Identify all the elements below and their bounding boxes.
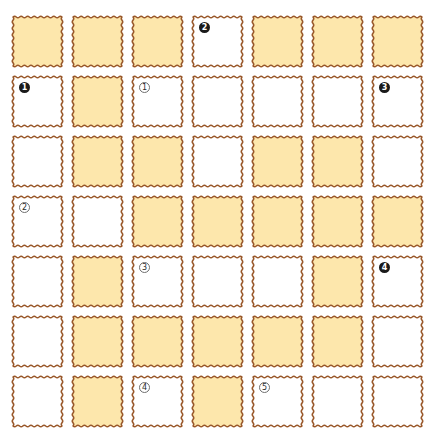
tile-r3c4-white[interactable] bbox=[190, 134, 245, 189]
wavy-tile-shape bbox=[130, 374, 185, 429]
wavy-tile-shape bbox=[70, 314, 125, 369]
wavy-tile-shape bbox=[70, 254, 125, 309]
wavy-tile-shape bbox=[310, 374, 365, 429]
circled-number-filled-2: 2 bbox=[199, 22, 210, 33]
wavy-tile-shape bbox=[70, 74, 125, 129]
tile-r1c2-shaded[interactable] bbox=[70, 14, 125, 69]
wavy-tile-shape bbox=[190, 74, 245, 129]
tile-r2c5-white[interactable] bbox=[250, 74, 305, 129]
tile-r2c4-white[interactable] bbox=[190, 74, 245, 129]
wavy-tile-shape bbox=[10, 374, 65, 429]
wavy-tile-shape bbox=[250, 134, 305, 189]
tile-r3c2-shaded[interactable] bbox=[70, 134, 125, 189]
tile-r6c1-white[interactable] bbox=[10, 314, 65, 369]
tile-r6c4-shaded[interactable] bbox=[190, 314, 245, 369]
tile-r5c5-white[interactable] bbox=[250, 254, 305, 309]
wavy-tile-shape bbox=[130, 314, 185, 369]
tile-r1c3-shaded[interactable] bbox=[130, 14, 185, 69]
wavy-tile-shape bbox=[190, 254, 245, 309]
wavy-tile-shape bbox=[310, 74, 365, 129]
tile-r1c1-shaded[interactable] bbox=[10, 14, 65, 69]
wavy-tile-shape bbox=[10, 194, 65, 249]
circled-number-filled-3: 3 bbox=[379, 82, 390, 93]
circled-number-outline-4: 4 bbox=[139, 382, 150, 393]
tile-r7c4-shaded[interactable] bbox=[190, 374, 245, 429]
tile-r3c3-shaded[interactable] bbox=[130, 134, 185, 189]
tile-r6c6-shaded[interactable] bbox=[310, 314, 365, 369]
wavy-tile-shape bbox=[10, 254, 65, 309]
tile-r5c7-white[interactable]: 4 bbox=[370, 254, 425, 309]
tile-r1c7-shaded[interactable] bbox=[370, 14, 425, 69]
wavy-tile-shape bbox=[190, 374, 245, 429]
wavy-tile-shape bbox=[70, 374, 125, 429]
wavy-tile-shape bbox=[190, 14, 245, 69]
tile-r7c2-shaded[interactable] bbox=[70, 374, 125, 429]
wavy-tile-shape bbox=[190, 194, 245, 249]
tile-r5c2-shaded[interactable] bbox=[70, 254, 125, 309]
tile-r6c2-shaded[interactable] bbox=[70, 314, 125, 369]
tile-r3c5-shaded[interactable] bbox=[250, 134, 305, 189]
tile-r6c7-white[interactable] bbox=[370, 314, 425, 369]
tile-r7c7-white[interactable] bbox=[370, 374, 425, 429]
tile-r6c5-shaded[interactable] bbox=[250, 314, 305, 369]
tile-r4c5-shaded[interactable] bbox=[250, 194, 305, 249]
wavy-tile-shape bbox=[310, 194, 365, 249]
tile-r4c4-shaded[interactable] bbox=[190, 194, 245, 249]
wavy-tile-shape bbox=[10, 14, 65, 69]
tile-r2c2-shaded[interactable] bbox=[70, 74, 125, 129]
wavy-tile-shape bbox=[370, 314, 425, 369]
wavy-tile-shape bbox=[370, 134, 425, 189]
wavy-tile-shape bbox=[130, 134, 185, 189]
wavy-tile-shape bbox=[70, 194, 125, 249]
wavy-tile-shape bbox=[250, 314, 305, 369]
wavy-tile-shape bbox=[190, 314, 245, 369]
wavy-tile-shape bbox=[190, 134, 245, 189]
tile-r4c1-white[interactable]: 2 bbox=[10, 194, 65, 249]
tile-r1c6-shaded[interactable] bbox=[310, 14, 365, 69]
wavy-tile-shape bbox=[10, 74, 65, 129]
tile-r7c6-white[interactable] bbox=[310, 374, 365, 429]
tile-r4c6-shaded[interactable] bbox=[310, 194, 365, 249]
wavy-tile-shape bbox=[10, 314, 65, 369]
circled-number-filled-1: 1 bbox=[19, 82, 30, 93]
tile-r5c3-white[interactable]: 3 bbox=[130, 254, 185, 309]
wavy-tile-shape bbox=[10, 134, 65, 189]
tile-r2c1-white[interactable]: 1 bbox=[10, 74, 65, 129]
wavy-tile-shape bbox=[250, 254, 305, 309]
wavy-tile-shape bbox=[370, 374, 425, 429]
wavy-tile-shape bbox=[130, 194, 185, 249]
tile-r4c7-shaded[interactable] bbox=[370, 194, 425, 249]
tile-r1c4-white[interactable]: 2 bbox=[190, 14, 245, 69]
tile-r4c2-white[interactable] bbox=[70, 194, 125, 249]
wavy-tile-shape bbox=[370, 194, 425, 249]
wavy-tile-shape bbox=[250, 14, 305, 69]
tile-r5c4-white[interactable] bbox=[190, 254, 245, 309]
tile-r5c6-shaded[interactable] bbox=[310, 254, 365, 309]
wavy-tile-shape bbox=[130, 14, 185, 69]
wavy-tile-shape bbox=[370, 74, 425, 129]
wavy-tile-shape bbox=[250, 74, 305, 129]
tile-r2c6-white[interactable] bbox=[310, 74, 365, 129]
tile-r1c5-shaded[interactable] bbox=[250, 14, 305, 69]
tile-r4c3-shaded[interactable] bbox=[130, 194, 185, 249]
wavy-tile-shape bbox=[310, 14, 365, 69]
circled-number-outline-5: 5 bbox=[259, 382, 270, 393]
wavy-tile-shape bbox=[130, 254, 185, 309]
tile-r3c1-white[interactable] bbox=[10, 134, 65, 189]
circled-number-filled-4: 4 bbox=[379, 262, 390, 273]
tile-r3c6-shaded[interactable] bbox=[310, 134, 365, 189]
tile-r5c1-white[interactable] bbox=[10, 254, 65, 309]
tile-r7c3-white[interactable]: 4 bbox=[130, 374, 185, 429]
wavy-tile-shape bbox=[70, 134, 125, 189]
wavy-tile-shape bbox=[250, 194, 305, 249]
tile-r2c3-white[interactable]: 1 bbox=[130, 74, 185, 129]
puzzle-board: 211323445 bbox=[10, 14, 425, 429]
wavy-tile-shape bbox=[310, 134, 365, 189]
circled-number-outline-1: 1 bbox=[139, 82, 150, 93]
circled-number-outline-3: 3 bbox=[139, 262, 150, 273]
wavy-tile-shape bbox=[130, 74, 185, 129]
wavy-tile-shape bbox=[70, 14, 125, 69]
wavy-tile-shape bbox=[310, 314, 365, 369]
circled-number-outline-2: 2 bbox=[19, 202, 30, 213]
tile-r7c5-white[interactable]: 5 bbox=[250, 374, 305, 429]
wavy-tile-shape bbox=[250, 374, 305, 429]
tile-r7c1-white[interactable] bbox=[10, 374, 65, 429]
wavy-tile-shape bbox=[310, 254, 365, 309]
tile-r2c7-white[interactable]: 3 bbox=[370, 74, 425, 129]
wavy-tile-shape bbox=[370, 254, 425, 309]
wavy-tile-shape bbox=[370, 14, 425, 69]
tile-r3c7-white[interactable] bbox=[370, 134, 425, 189]
tile-r6c3-shaded[interactable] bbox=[130, 314, 185, 369]
